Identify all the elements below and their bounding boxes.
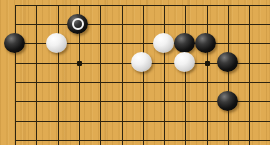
black-stone-l16[interactable] <box>217 52 238 72</box>
black-stone-k17[interactable] <box>195 33 216 53</box>
black-stone-l14[interactable] <box>217 91 238 111</box>
black-stone-d18[interactable] <box>67 14 88 34</box>
white-stone-h17[interactable] <box>153 33 174 53</box>
go-board[interactable] <box>0 0 270 145</box>
grid-vline <box>122 5 123 145</box>
white-stone-g16[interactable] <box>131 52 152 72</box>
black-stone-a17[interactable] <box>4 33 25 53</box>
grid-vline <box>228 5 229 145</box>
white-stone-j16[interactable] <box>174 52 195 72</box>
black-stone-j17[interactable] <box>174 33 195 53</box>
grid-vline <box>143 5 144 145</box>
grid-vline <box>185 5 186 145</box>
last-move-marker-icon <box>72 18 84 30</box>
grid-vline <box>164 5 165 145</box>
grid-vline <box>249 5 250 145</box>
star-point-k16 <box>205 61 210 66</box>
grid-vline <box>58 5 59 145</box>
white-stone-c17[interactable] <box>46 33 67 53</box>
grid-vline <box>100 5 101 145</box>
grid-vline <box>15 5 16 145</box>
grid-vline <box>36 5 37 145</box>
star-point-d16 <box>77 61 82 66</box>
grid-vline <box>207 5 208 145</box>
